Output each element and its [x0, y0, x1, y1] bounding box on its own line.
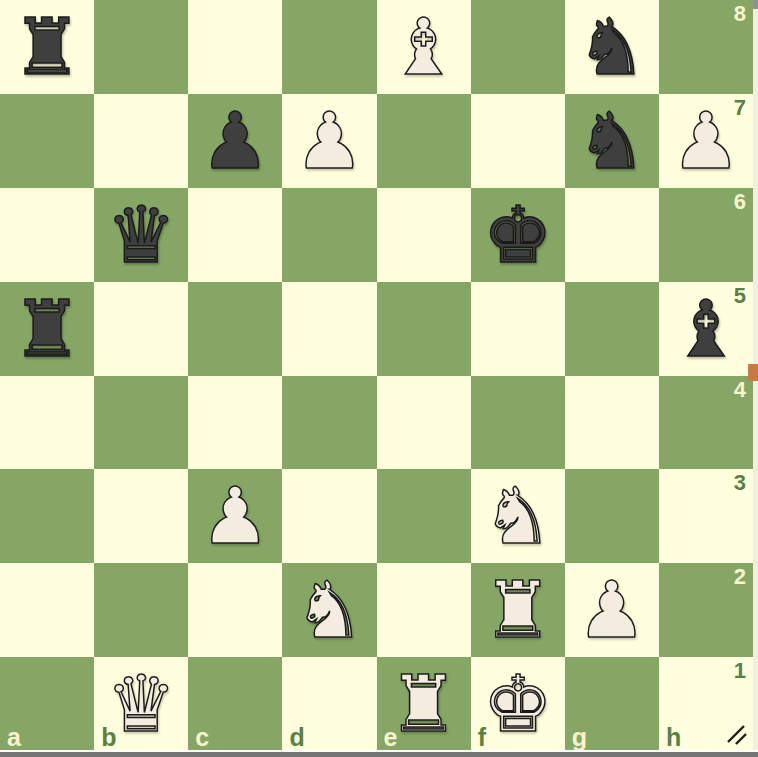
file-label-g: g — [572, 722, 587, 752]
square-e5[interactable] — [377, 282, 471, 376]
white-rook-piece[interactable]: ♜ — [389, 665, 459, 743]
square-h8[interactable]: 8 — [659, 0, 753, 94]
black-pawn-piece[interactable]: ♟ — [200, 102, 270, 180]
square-f1[interactable]: ♚f — [471, 657, 565, 751]
black-knight-piece[interactable]: ♞ — [577, 8, 647, 86]
white-pawn-piece[interactable]: ♟ — [294, 102, 364, 180]
square-e8[interactable]: ♝ — [377, 0, 471, 94]
square-h4[interactable]: 4 — [659, 376, 753, 470]
square-e2[interactable] — [377, 563, 471, 657]
square-e4[interactable] — [377, 376, 471, 470]
rank-label-7: 7 — [734, 95, 746, 121]
square-g6[interactable] — [565, 188, 659, 282]
black-knight-piece[interactable]: ♞ — [577, 102, 647, 180]
square-a2[interactable] — [0, 563, 94, 657]
square-d2[interactable]: ♞ — [282, 563, 376, 657]
square-e7[interactable] — [377, 94, 471, 188]
square-d1[interactable]: d — [282, 657, 376, 751]
file-label-c: c — [195, 722, 209, 752]
square-a3[interactable] — [0, 469, 94, 563]
white-pawn-piece[interactable]: ♟ — [671, 102, 741, 180]
square-h3[interactable]: 3 — [659, 469, 753, 563]
square-g1[interactable]: g — [565, 657, 659, 751]
square-h7[interactable]: ♟7 — [659, 94, 753, 188]
chess-board[interactable]: ♜♝♞8♟♟♞♟7♛♚6♜♝54♟♞3♞♜♟2a♛bcd♜e♚fg1h — [0, 0, 753, 751]
square-h2[interactable]: 2 — [659, 563, 753, 657]
square-f5[interactable] — [471, 282, 565, 376]
square-b4[interactable] — [94, 376, 188, 470]
square-g7[interactable]: ♞ — [565, 94, 659, 188]
white-knight-piece[interactable]: ♞ — [483, 477, 553, 555]
white-rook-piece[interactable]: ♜ — [483, 571, 553, 649]
square-b3[interactable] — [94, 469, 188, 563]
square-h6[interactable]: 6 — [659, 188, 753, 282]
square-g5[interactable] — [565, 282, 659, 376]
square-f2[interactable]: ♜ — [471, 563, 565, 657]
scrollbar-marker — [748, 364, 758, 381]
square-b6[interactable]: ♛ — [94, 188, 188, 282]
file-label-b: b — [101, 722, 116, 752]
square-b8[interactable] — [94, 0, 188, 94]
square-g8[interactable]: ♞ — [565, 0, 659, 94]
white-pawn-piece[interactable]: ♟ — [577, 571, 647, 649]
square-e3[interactable] — [377, 469, 471, 563]
rank-label-1: 1 — [734, 658, 746, 684]
black-queen-piece[interactable]: ♛ — [106, 196, 176, 274]
square-c3[interactable]: ♟ — [188, 469, 282, 563]
square-f4[interactable] — [471, 376, 565, 470]
square-g2[interactable]: ♟ — [565, 563, 659, 657]
square-b5[interactable] — [94, 282, 188, 376]
rank-label-8: 8 — [734, 1, 746, 27]
rank-label-2: 2 — [734, 564, 746, 590]
rank-label-6: 6 — [734, 189, 746, 215]
file-label-f: f — [478, 722, 486, 752]
square-d5[interactable] — [282, 282, 376, 376]
square-a6[interactable] — [0, 188, 94, 282]
square-d8[interactable] — [282, 0, 376, 94]
file-label-e: e — [384, 722, 398, 752]
square-c1[interactable]: c — [188, 657, 282, 751]
square-a4[interactable] — [0, 376, 94, 470]
file-label-d: d — [289, 722, 304, 752]
rank-label-4: 4 — [734, 377, 746, 403]
white-queen-piece[interactable]: ♛ — [106, 665, 176, 743]
square-e6[interactable] — [377, 188, 471, 282]
square-f3[interactable]: ♞ — [471, 469, 565, 563]
square-c4[interactable] — [188, 376, 282, 470]
square-g4[interactable] — [565, 376, 659, 470]
square-d7[interactable]: ♟ — [282, 94, 376, 188]
square-c5[interactable] — [188, 282, 282, 376]
window-bottom-edge — [0, 750, 758, 757]
square-c2[interactable] — [188, 563, 282, 657]
black-king-piece[interactable]: ♚ — [483, 196, 553, 274]
black-bishop-piece[interactable]: ♝ — [671, 290, 741, 368]
square-f6[interactable]: ♚ — [471, 188, 565, 282]
square-c7[interactable]: ♟ — [188, 94, 282, 188]
square-f7[interactable] — [471, 94, 565, 188]
rank-label-5: 5 — [734, 283, 746, 309]
square-a7[interactable] — [0, 94, 94, 188]
square-c6[interactable] — [188, 188, 282, 282]
scrollbar-top-cap — [753, 0, 758, 9]
square-d6[interactable] — [282, 188, 376, 282]
white-king-piece[interactable]: ♚ — [483, 665, 553, 743]
square-b7[interactable] — [94, 94, 188, 188]
square-a1[interactable]: a — [0, 657, 94, 751]
black-rook-piece[interactable]: ♜ — [12, 290, 82, 368]
file-label-a: a — [7, 722, 21, 752]
file-label-h: h — [666, 722, 681, 752]
square-f8[interactable] — [471, 0, 565, 94]
black-rook-piece[interactable]: ♜ — [12, 8, 82, 86]
white-knight-piece[interactable]: ♞ — [294, 571, 364, 649]
rank-label-3: 3 — [734, 470, 746, 496]
chess-app-window: ♜♝♞8♟♟♞♟7♛♚6♜♝54♟♞3♞♜♟2a♛bcd♜e♚fg1h — [0, 0, 758, 757]
square-g3[interactable] — [565, 469, 659, 563]
square-e1[interactable]: ♜e — [377, 657, 471, 751]
square-b2[interactable] — [94, 563, 188, 657]
square-a8[interactable]: ♜ — [0, 0, 94, 94]
square-a5[interactable]: ♜ — [0, 282, 94, 376]
square-c8[interactable] — [188, 0, 282, 94]
white-bishop-piece[interactable]: ♝ — [389, 8, 459, 86]
square-b1[interactable]: ♛b — [94, 657, 188, 751]
resize-handle-icon[interactable] — [723, 721, 749, 747]
square-h5[interactable]: ♝5 — [659, 282, 753, 376]
square-d3[interactable] — [282, 469, 376, 563]
white-pawn-piece[interactable]: ♟ — [200, 477, 270, 555]
square-d4[interactable] — [282, 376, 376, 470]
